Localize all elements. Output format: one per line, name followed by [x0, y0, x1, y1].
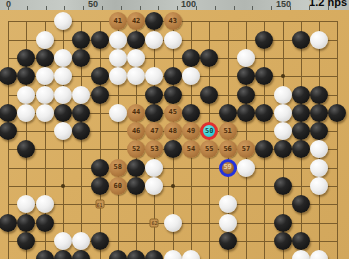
- black-stone[interactable]: [274, 177, 292, 195]
- white-stone[interactable]: [292, 250, 310, 259]
- white-stone[interactable]: [36, 195, 54, 213]
- variation-move-number: 46: [132, 128, 140, 135]
- variation-stone[interactable]: 45: [164, 104, 182, 122]
- black-stone[interactable]: [72, 49, 90, 67]
- black-stone[interactable]: [127, 177, 145, 195]
- black-stone[interactable]: [0, 104, 17, 122]
- white-stone[interactable]: [54, 86, 72, 104]
- variation-move-number: 45: [168, 109, 176, 116]
- black-stone[interactable]: [292, 104, 310, 122]
- white-stone[interactable]: [36, 31, 54, 49]
- white-stone[interactable]: [54, 232, 72, 250]
- black-stone[interactable]: [255, 104, 273, 122]
- hoshi-point: [61, 184, 65, 188]
- black-stone[interactable]: [127, 159, 145, 177]
- ruler-label: 150: [276, 0, 291, 9]
- black-stone[interactable]: [17, 232, 35, 250]
- variation-move-number: 60: [114, 183, 122, 190]
- variation-move-number: 48: [168, 128, 176, 135]
- white-stone[interactable]: [72, 232, 90, 250]
- go-analysis-window: 050100150 1.2 nps 4142434445464748495051…: [0, 0, 349, 259]
- variation-move-number: 57: [242, 146, 250, 153]
- ruler-label: 50: [88, 0, 98, 9]
- grid-line-vertical: [337, 21, 338, 259]
- black-stone[interactable]: [17, 49, 35, 67]
- black-stone[interactable]: [182, 49, 200, 67]
- variation-move-number: 58: [114, 164, 122, 171]
- black-stone[interactable]: [54, 104, 72, 122]
- white-stone[interactable]: [109, 49, 127, 67]
- black-stone[interactable]: [36, 214, 54, 232]
- white-stone[interactable]: [36, 67, 54, 85]
- white-stone[interactable]: [109, 67, 127, 85]
- best-move-stone[interactable]: 50: [200, 122, 218, 140]
- white-stone[interactable]: [310, 177, 328, 195]
- black-stone[interactable]: [72, 250, 90, 259]
- black-stone[interactable]: [127, 250, 145, 259]
- black-stone[interactable]: [0, 214, 17, 232]
- black-stone[interactable]: [72, 104, 90, 122]
- white-stone[interactable]: [164, 214, 182, 232]
- variation-stone[interactable]: 51: [219, 122, 237, 140]
- black-stone[interactable]: [292, 86, 310, 104]
- variation-stone[interactable]: 53: [145, 140, 163, 158]
- white-stone[interactable]: [109, 31, 127, 49]
- variation-move-number: 43: [168, 18, 176, 25]
- white-stone[interactable]: [182, 67, 200, 85]
- black-stone[interactable]: [17, 214, 35, 232]
- black-stone[interactable]: [328, 104, 346, 122]
- white-stone[interactable]: [36, 104, 54, 122]
- black-stone[interactable]: [292, 31, 310, 49]
- black-stone[interactable]: [310, 86, 328, 104]
- black-stone[interactable]: [145, 86, 163, 104]
- white-stone[interactable]: [109, 104, 127, 122]
- white-stone[interactable]: [145, 177, 163, 195]
- black-stone[interactable]: [219, 232, 237, 250]
- black-stone[interactable]: [310, 104, 328, 122]
- variation-move-number: 50: [205, 128, 213, 135]
- variation-move-number: 42: [132, 18, 140, 25]
- white-stone[interactable]: [310, 250, 328, 259]
- white-stone[interactable]: [17, 86, 35, 104]
- variation-move-number: 53: [150, 146, 158, 153]
- black-stone[interactable]: [219, 104, 237, 122]
- grid-line-horizontal: [8, 204, 337, 205]
- white-stone[interactable]: [237, 49, 255, 67]
- variation-stone[interactable]: 58: [109, 159, 127, 177]
- white-stone[interactable]: [145, 67, 163, 85]
- black-stone[interactable]: [237, 86, 255, 104]
- black-stone[interactable]: [237, 67, 255, 85]
- black-stone[interactable]: [127, 31, 145, 49]
- small-move-label[interactable]: 62: [150, 218, 159, 227]
- black-stone[interactable]: [145, 250, 163, 259]
- variation-stone[interactable]: 49: [182, 122, 200, 140]
- black-stone[interactable]: [292, 122, 310, 140]
- variation-stone[interactable]: 48: [164, 122, 182, 140]
- variation-stone[interactable]: 41: [109, 12, 127, 30]
- white-stone[interactable]: [310, 159, 328, 177]
- black-stone[interactable]: [255, 140, 273, 158]
- variation-stone[interactable]: 56: [219, 140, 237, 158]
- variation-stone[interactable]: 44: [127, 104, 145, 122]
- white-stone[interactable]: [54, 49, 72, 67]
- black-stone[interactable]: [255, 67, 273, 85]
- variation-stone[interactable]: 52: [127, 140, 145, 158]
- small-move-label[interactable]: 61: [95, 200, 104, 209]
- white-stone[interactable]: [310, 31, 328, 49]
- variation-stone[interactable]: 47: [145, 122, 163, 140]
- black-stone[interactable]: [292, 140, 310, 158]
- white-stone[interactable]: [219, 214, 237, 232]
- white-stone[interactable]: [164, 250, 182, 259]
- black-stone[interactable]: [164, 67, 182, 85]
- black-stone[interactable]: [36, 250, 54, 259]
- hoshi-point: [171, 184, 175, 188]
- black-stone[interactable]: [91, 67, 109, 85]
- variation-stone[interactable]: 54: [182, 140, 200, 158]
- ruler-label: 100: [181, 0, 196, 9]
- variation-stone[interactable]: 46: [127, 122, 145, 140]
- black-stone[interactable]: [274, 140, 292, 158]
- variation-move-number: 52: [132, 146, 140, 153]
- variation-stone[interactable]: 43: [164, 12, 182, 30]
- black-stone[interactable]: [274, 214, 292, 232]
- variation-move-number: 41: [114, 18, 122, 25]
- variation-move-number: 56: [223, 146, 231, 153]
- variation-move-number: 54: [187, 146, 195, 153]
- black-stone[interactable]: [72, 31, 90, 49]
- white-stone[interactable]: [182, 250, 200, 259]
- white-stone[interactable]: [36, 86, 54, 104]
- black-stone[interactable]: [200, 86, 218, 104]
- white-stone[interactable]: [274, 104, 292, 122]
- variation-move-number: 55: [205, 146, 213, 153]
- black-stone[interactable]: [145, 104, 163, 122]
- black-stone[interactable]: [72, 122, 90, 140]
- white-stone[interactable]: [54, 12, 72, 30]
- hoshi-point: [281, 74, 285, 78]
- variation-move-number: 51: [223, 128, 231, 135]
- white-stone[interactable]: [54, 122, 72, 140]
- black-stone[interactable]: [0, 67, 17, 85]
- white-stone[interactable]: [17, 195, 35, 213]
- black-stone[interactable]: [109, 250, 127, 259]
- variation-stone[interactable]: 42: [127, 12, 145, 30]
- black-stone[interactable]: [237, 104, 255, 122]
- grid-line-horizontal: [8, 168, 337, 169]
- white-stone[interactable]: [274, 86, 292, 104]
- black-stone[interactable]: [0, 122, 17, 140]
- white-stone[interactable]: [237, 159, 255, 177]
- black-stone[interactable]: [310, 122, 328, 140]
- black-stone[interactable]: [91, 232, 109, 250]
- black-stone[interactable]: [255, 31, 273, 49]
- black-stone[interactable]: [17, 67, 35, 85]
- variation-stone[interactable]: 60: [109, 177, 127, 195]
- white-stone[interactable]: [219, 195, 237, 213]
- go-board[interactable]: 4142434445464748495051525354555657585960…: [0, 10, 349, 259]
- black-stone[interactable]: [91, 177, 109, 195]
- black-stone[interactable]: [91, 86, 109, 104]
- black-stone[interactable]: [54, 250, 72, 259]
- white-stone[interactable]: [145, 31, 163, 49]
- black-stone[interactable]: [274, 232, 292, 250]
- variation-move-number: 47: [150, 128, 158, 135]
- variation-move-number: 44: [132, 109, 140, 116]
- variation-move-number: 59: [223, 164, 231, 171]
- black-stone[interactable]: [91, 31, 109, 49]
- variation-stone[interactable]: 55: [200, 140, 218, 158]
- white-stone[interactable]: [127, 67, 145, 85]
- white-stone[interactable]: [310, 140, 328, 158]
- black-stone[interactable]: [182, 104, 200, 122]
- black-stone[interactable]: [200, 49, 218, 67]
- white-stone[interactable]: [274, 122, 292, 140]
- variation-move-number: 49: [187, 128, 195, 135]
- black-stone[interactable]: [292, 232, 310, 250]
- white-stone[interactable]: [54, 67, 72, 85]
- engine-status-text: 1.2 nps: [309, 0, 347, 8]
- next-move-stone[interactable]: 59: [219, 159, 237, 177]
- black-stone[interactable]: [145, 12, 163, 30]
- black-stone[interactable]: [164, 86, 182, 104]
- white-stone[interactable]: [145, 159, 163, 177]
- variation-stone[interactable]: 57: [237, 140, 255, 158]
- black-stone[interactable]: [17, 140, 35, 158]
- white-stone[interactable]: [72, 86, 90, 104]
- white-stone[interactable]: [127, 49, 145, 67]
- white-stone[interactable]: [17, 104, 35, 122]
- black-stone[interactable]: [292, 195, 310, 213]
- black-stone[interactable]: [91, 159, 109, 177]
- black-stone[interactable]: [164, 140, 182, 158]
- white-stone[interactable]: [164, 31, 182, 49]
- black-stone[interactable]: [36, 49, 54, 67]
